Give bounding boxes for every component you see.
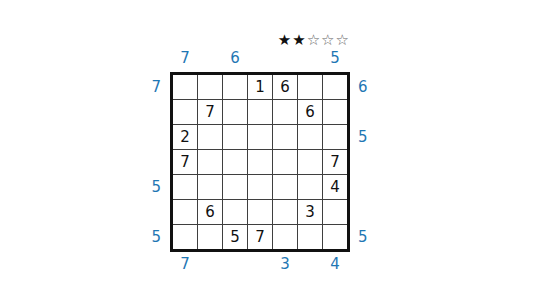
cell-r6c3[interactable] bbox=[223, 200, 247, 224]
clue-left-r4 bbox=[138, 150, 164, 174]
cell-r7c4-given: 7 bbox=[248, 225, 272, 249]
star-filled-icons: ★★ bbox=[278, 31, 307, 49]
cell-r3c4[interactable] bbox=[248, 125, 272, 149]
right-clues: 655 bbox=[355, 75, 381, 249]
cell-r2c3[interactable] bbox=[223, 100, 247, 124]
clue-left-r1: 7 bbox=[138, 75, 164, 99]
cell-r5c4[interactable] bbox=[248, 175, 272, 199]
cell-r5c1[interactable] bbox=[173, 175, 197, 199]
cell-r7c3-given: 5 bbox=[223, 225, 247, 249]
clue-bottom-c4 bbox=[248, 255, 272, 273]
cell-r2c6-given: 6 bbox=[298, 100, 322, 124]
clue-right-r4 bbox=[355, 150, 381, 174]
cell-r1c5-given: 6 bbox=[273, 75, 297, 99]
clue-right-r2 bbox=[355, 100, 381, 124]
cell-r3c7[interactable] bbox=[323, 125, 347, 149]
clue-bottom-c7: 4 bbox=[323, 255, 347, 273]
cell-r6c1[interactable] bbox=[173, 200, 197, 224]
cell-r2c5[interactable] bbox=[273, 100, 297, 124]
clue-top-c2 bbox=[198, 49, 222, 67]
bottom-clues: 734 bbox=[173, 255, 347, 273]
cell-r2c7[interactable] bbox=[323, 100, 347, 124]
cell-r6c5[interactable] bbox=[273, 200, 297, 224]
cell-r7c5[interactable] bbox=[273, 225, 297, 249]
cell-r6c7[interactable] bbox=[323, 200, 347, 224]
cell-r4c6[interactable] bbox=[298, 150, 322, 174]
clue-bottom-c1: 7 bbox=[173, 255, 197, 273]
cell-r5c6[interactable] bbox=[298, 175, 322, 199]
cell-r2c2-given: 7 bbox=[198, 100, 222, 124]
cell-r6c4[interactable] bbox=[248, 200, 272, 224]
clue-top-c7: 5 bbox=[323, 49, 347, 67]
clue-left-r3 bbox=[138, 125, 164, 149]
cell-r2c1[interactable] bbox=[173, 100, 197, 124]
cell-r1c1[interactable] bbox=[173, 75, 197, 99]
cell-r4c3[interactable] bbox=[223, 150, 247, 174]
cell-r5c7-given: 4 bbox=[323, 175, 347, 199]
left-clues: 755 bbox=[138, 75, 164, 249]
cell-r6c2-given: 6 bbox=[198, 200, 222, 224]
cell-r7c7[interactable] bbox=[323, 225, 347, 249]
cell-r2c4[interactable] bbox=[248, 100, 272, 124]
star-empty-icons: ☆☆☆ bbox=[307, 31, 350, 49]
cell-r1c6[interactable] bbox=[298, 75, 322, 99]
cell-r3c3[interactable] bbox=[223, 125, 247, 149]
cell-r4c2[interactable] bbox=[198, 150, 222, 174]
difficulty-rating: ★★☆☆☆ bbox=[170, 31, 350, 49]
cell-r1c4-given: 1 bbox=[248, 75, 272, 99]
cell-r4c5[interactable] bbox=[273, 150, 297, 174]
clue-top-c1: 7 bbox=[173, 49, 197, 67]
clue-right-r5 bbox=[355, 175, 381, 199]
cell-r7c2[interactable] bbox=[198, 225, 222, 249]
clue-bottom-c2 bbox=[198, 255, 222, 273]
cell-r5c5[interactable] bbox=[273, 175, 297, 199]
board-grid: 167627746357 bbox=[170, 72, 350, 252]
cell-r5c3[interactable] bbox=[223, 175, 247, 199]
cell-r3c2[interactable] bbox=[198, 125, 222, 149]
clue-left-r6 bbox=[138, 200, 164, 224]
cell-r7c6[interactable] bbox=[298, 225, 322, 249]
clue-right-r6 bbox=[355, 200, 381, 224]
cell-r5c2[interactable] bbox=[198, 175, 222, 199]
cell-r1c3[interactable] bbox=[223, 75, 247, 99]
clue-left-r5: 5 bbox=[138, 175, 164, 199]
clue-top-c5 bbox=[273, 49, 297, 67]
cell-r3c6[interactable] bbox=[298, 125, 322, 149]
cell-r1c2[interactable] bbox=[198, 75, 222, 99]
clue-top-c4 bbox=[248, 49, 272, 67]
clue-top-c3: 6 bbox=[223, 49, 247, 67]
clue-top-c6 bbox=[298, 49, 322, 67]
cell-r1c7[interactable] bbox=[323, 75, 347, 99]
cell-r4c7-given: 7 bbox=[323, 150, 347, 174]
clue-left-r2 bbox=[138, 100, 164, 124]
clue-bottom-c5: 3 bbox=[273, 255, 297, 273]
cell-r3c5[interactable] bbox=[273, 125, 297, 149]
cell-r3c1-given: 2 bbox=[173, 125, 197, 149]
clue-right-r7: 5 bbox=[355, 225, 381, 249]
clue-right-r1: 6 bbox=[355, 75, 381, 99]
top-clues: 765 bbox=[173, 49, 347, 67]
clue-left-r7: 5 bbox=[138, 225, 164, 249]
clue-bottom-c3 bbox=[223, 255, 247, 273]
puzzle-canvas: ★★☆☆☆ 765 755 167627746357 655 734 bbox=[0, 0, 546, 298]
cell-r4c1-given: 7 bbox=[173, 150, 197, 174]
clue-right-r3: 5 bbox=[355, 125, 381, 149]
cell-r4c4[interactable] bbox=[248, 150, 272, 174]
cell-r7c1[interactable] bbox=[173, 225, 197, 249]
clue-bottom-c6 bbox=[298, 255, 322, 273]
cell-r6c6-given: 3 bbox=[298, 200, 322, 224]
